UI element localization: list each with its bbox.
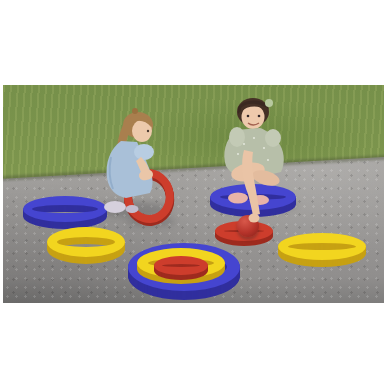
ring-yellow-right-top <box>278 233 366 260</box>
ring-yellow-right <box>278 233 366 267</box>
girl-right-hand <box>249 214 260 223</box>
ring-yellow-left <box>47 227 125 264</box>
ring-nested-red-top <box>154 256 208 275</box>
playground-photo <box>3 85 384 303</box>
rings-layer <box>3 85 384 303</box>
ring-nested-red <box>154 256 208 280</box>
girl-right-hairbow <box>265 99 273 107</box>
girl-left-shoes <box>104 201 139 213</box>
ring-yellow-left-top <box>47 227 125 257</box>
girl-left-figure <box>91 105 176 217</box>
girl-right-figure <box>208 92 308 232</box>
